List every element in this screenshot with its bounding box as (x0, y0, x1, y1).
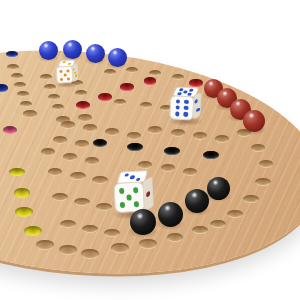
die-pip (189, 89, 194, 92)
die-right-face (142, 176, 153, 211)
home-hole-blue[interactable] (6, 51, 18, 58)
marble-highlight (164, 205, 172, 211)
marble-black[interactable] (185, 189, 209, 213)
board-hole[interactable] (40, 74, 52, 80)
marble-blue[interactable] (39, 41, 58, 60)
die-pip (194, 99, 197, 104)
board-hole[interactable] (52, 104, 65, 111)
board-hole[interactable] (61, 121, 75, 128)
marble-highlight (191, 192, 198, 198)
board-hole[interactable] (41, 148, 55, 156)
marble-highlight (112, 50, 118, 55)
board-hole[interactable] (127, 132, 141, 139)
die-pip (184, 106, 189, 111)
board-hole[interactable] (92, 176, 107, 184)
marble-blue[interactable] (86, 44, 105, 63)
marble-highlight (136, 213, 144, 219)
board-hole[interactable] (149, 70, 161, 76)
marble-highlight (43, 43, 49, 48)
die-pip (135, 177, 141, 181)
home-hole-red[interactable] (98, 93, 112, 101)
board-hole[interactable] (74, 198, 90, 206)
board-hole[interactable] (192, 226, 209, 235)
die-pip (63, 73, 66, 76)
board-hole[interactable] (75, 90, 88, 97)
die-pip (75, 74, 77, 78)
die-pip (188, 92, 193, 95)
home-hole-black[interactable] (93, 139, 108, 147)
board-hole[interactable] (59, 245, 76, 254)
marble-blue[interactable] (63, 40, 82, 59)
home-hole-yellow[interactable] (24, 226, 42, 236)
die-pip (175, 99, 180, 104)
marble-blue[interactable] (108, 48, 127, 67)
marble-highlight (90, 46, 96, 51)
board-hole[interactable] (114, 99, 127, 106)
die-right-face (72, 63, 79, 83)
board-hole[interactable] (48, 94, 61, 101)
die-pip (67, 77, 70, 80)
home-hole-yellow[interactable] (15, 207, 32, 217)
board-hole[interactable] (104, 229, 121, 238)
marble-highlight (212, 180, 219, 186)
die-pip (59, 70, 62, 73)
die-pip (175, 112, 180, 117)
home-hole-black[interactable] (127, 143, 142, 151)
board-hole[interactable] (7, 64, 19, 70)
die[interactable] (113, 170, 154, 215)
die-pip (184, 112, 189, 117)
die-pip (124, 173, 130, 177)
board-hole[interactable] (140, 102, 153, 109)
board-hole[interactable] (148, 126, 162, 133)
board-hole[interactable] (78, 114, 91, 121)
die-front-face (169, 95, 194, 120)
board-hole[interactable] (36, 240, 53, 249)
board-hole[interactable] (14, 82, 26, 89)
home-hole-red[interactable] (120, 83, 133, 90)
die-pip (67, 63, 70, 65)
die-pip (120, 202, 126, 208)
die-pip (178, 92, 183, 95)
board-hole[interactable] (161, 164, 176, 172)
home-hole-yellow[interactable] (9, 168, 25, 177)
marble-highlight (208, 81, 214, 86)
marble-highlight (222, 91, 228, 96)
board-hole[interactable] (171, 129, 185, 136)
board-hole[interactable] (105, 128, 119, 135)
board-hole[interactable] (82, 225, 99, 234)
board-hole[interactable] (259, 160, 274, 168)
board-hole[interactable] (48, 168, 63, 176)
board-hole[interactable] (227, 210, 243, 219)
board-hole[interactable] (210, 220, 226, 229)
marble-black[interactable] (158, 202, 183, 227)
board-hole[interactable] (111, 243, 128, 252)
board-hole[interactable] (11, 73, 23, 79)
board-hole[interactable] (255, 178, 270, 186)
home-hole-red[interactable] (189, 79, 202, 86)
die-pip (133, 187, 139, 193)
die-pip (60, 78, 63, 81)
die-pip (62, 61, 65, 63)
board-hole[interactable] (126, 67, 138, 73)
home-hole-red[interactable] (144, 77, 157, 84)
board-hole[interactable] (53, 136, 67, 143)
board-hole[interactable] (20, 101, 33, 108)
die-pip (126, 195, 132, 201)
die-pip (184, 100, 189, 105)
board-hole[interactable] (243, 195, 259, 203)
board-hole[interactable] (23, 110, 36, 117)
die-pip (175, 105, 180, 110)
home-hole-black[interactable] (164, 147, 179, 156)
die-pip (67, 69, 70, 72)
stage (0, 0, 300, 300)
home-hole-yellow[interactable] (14, 188, 31, 197)
marble-highlight (235, 101, 241, 106)
home-hole-red[interactable] (76, 101, 90, 109)
die-pip (130, 175, 136, 179)
die-pip (196, 108, 199, 113)
marble-highlight (67, 42, 73, 47)
board-hole[interactable] (75, 140, 89, 148)
board-hole[interactable] (172, 74, 184, 80)
home-hole-black[interactable] (203, 151, 218, 160)
board-hole[interactable] (17, 91, 30, 98)
board-hole[interactable] (70, 172, 85, 180)
board-hole[interactable] (85, 157, 100, 165)
board-hole[interactable] (138, 161, 153, 169)
board-hole[interactable] (167, 233, 184, 242)
die-right-face (192, 92, 202, 119)
board-hole[interactable] (52, 193, 68, 201)
die-pip (134, 201, 140, 207)
board-hole[interactable] (104, 69, 116, 75)
board-hole[interactable] (63, 153, 77, 161)
board-hole[interactable] (251, 144, 265, 152)
piece-layer (0, 0, 300, 300)
board-hole[interactable] (183, 168, 198, 176)
board-hole[interactable] (83, 124, 97, 131)
marble-black[interactable] (130, 209, 156, 235)
board-hole[interactable] (60, 220, 76, 229)
home-hole-pink[interactable] (3, 126, 18, 134)
marble-highlight (248, 113, 255, 118)
board-hole[interactable] (96, 203, 112, 212)
home-hole-blue[interactable] (0, 84, 8, 91)
board-hole[interactable] (215, 135, 229, 142)
board-hole[interactable] (139, 239, 156, 248)
marble-black[interactable] (207, 177, 230, 200)
board-hole[interactable] (81, 249, 98, 258)
die-pip (119, 188, 125, 194)
die[interactable] (55, 59, 79, 85)
die-pip (146, 190, 150, 197)
board-hole[interactable] (193, 132, 207, 139)
marble-red[interactable] (243, 110, 265, 132)
die[interactable] (169, 86, 202, 122)
